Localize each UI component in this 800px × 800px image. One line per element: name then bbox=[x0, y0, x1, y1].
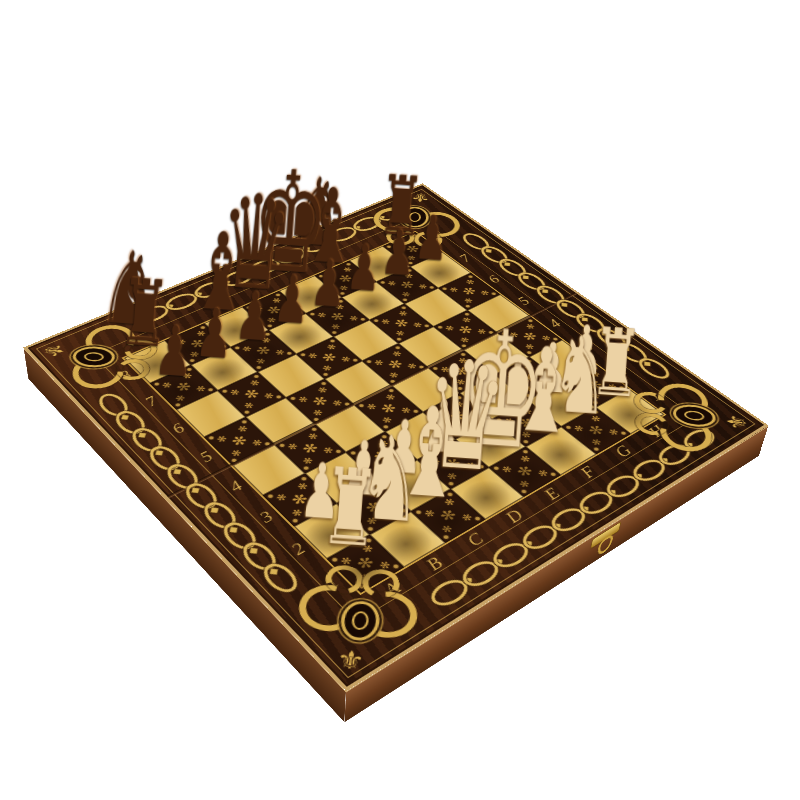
dark-square-motif-icon: ✻ bbox=[393, 329, 406, 338]
dark-square-motif-icon: ✻ bbox=[337, 284, 350, 292]
dark-square-motif-icon: ✻ bbox=[397, 279, 417, 291]
scene: ✻✻✻✻✻✻✻✻✻✻✻✻✻✻✻✻✻✻✻✻✻✻✻✻✻✻✻✻✻✻✻✻✻✻✻✻✻✻✻✻… bbox=[0, 0, 800, 800]
photo-background: ✻✻✻✻✻✻✻✻✻✻✻✻✻✻✻✻✻✻✻✻✻✻✻✻✻✻✻✻✻✻✻✻✻✻✻✻✻✻✻✻… bbox=[0, 0, 800, 800]
dark-square-motif-icon: ✻ bbox=[320, 364, 334, 373]
dark-square-motif-icon: ✻ bbox=[385, 279, 398, 287]
dark-square-motif-icon: ✻ bbox=[421, 247, 434, 254]
dark-square-motif-icon: ✻ bbox=[253, 344, 274, 358]
dark-square-motif-icon: ✻ bbox=[447, 286, 460, 294]
dark-square-motif-icon: ✻ bbox=[283, 308, 296, 316]
dark-square-motif-icon: ✻ bbox=[254, 357, 268, 366]
dark-square-motif-icon: ✻ bbox=[403, 243, 422, 254]
dark-square-motif-icon: ✻ bbox=[379, 317, 392, 325]
dark-square-motif-icon: ✻ bbox=[405, 254, 418, 262]
dark-square-motif-icon: ✻ bbox=[411, 321, 424, 329]
dark-square-motif-icon: ✻ bbox=[336, 273, 356, 285]
clasp-loop bbox=[596, 533, 614, 558]
dark-square-motif-icon: ✻ bbox=[273, 348, 287, 357]
piece-white-rook-a1[interactable]: ♜ bbox=[318, 455, 382, 564]
dark-square-motif-icon: ✻ bbox=[385, 357, 406, 371]
dark-square-motif-icon: ✻ bbox=[324, 273, 337, 281]
dark-square-motif-icon: ✻ bbox=[265, 316, 278, 324]
dark-square-motif-icon: ✻ bbox=[391, 317, 412, 330]
dark-square-motif-icon: ✻ bbox=[240, 344, 254, 353]
dark-square-motif-icon: ✻ bbox=[207, 341, 221, 350]
chess-box: ✻✻✻✻✻✻✻✻✻✻✻✻✻✻✻✻✻✻✻✻✻✻✻✻✻✻✻✻✻✻✻✻✻✻✻✻✻✻✻✻… bbox=[23, 183, 768, 691]
dark-square-motif-icon: ✻ bbox=[387, 370, 401, 379]
dark-square-motif-icon: ✻ bbox=[416, 283, 429, 291]
dark-square-motif-icon: ✻ bbox=[329, 322, 342, 331]
dark-square-motif-icon: ✻ bbox=[319, 351, 340, 365]
dark-square-motif-icon: ✻ bbox=[315, 311, 328, 319]
dark-square-motif-icon: ✻ bbox=[354, 276, 367, 284]
dark-square-motif-icon: ✻ bbox=[391, 244, 403, 251]
dark-square-motif-icon: ✻ bbox=[339, 355, 353, 364]
dark-square-motif-icon: ✻ bbox=[405, 362, 419, 371]
piece-black-pawn-a7[interactable]: ♟ bbox=[153, 316, 195, 387]
dark-square-motif-icon: ✻ bbox=[306, 351, 320, 360]
dark-square-motif-icon: ✻ bbox=[264, 304, 284, 317]
dark-square-motif-icon: ✻ bbox=[327, 310, 348, 323]
dark-square-motif-icon: ✻ bbox=[399, 290, 412, 298]
dark-square-motif-icon: ✻ bbox=[347, 314, 360, 322]
dark-square-motif-icon: ✻ bbox=[372, 358, 386, 367]
dark-square-motif-icon: ✻ bbox=[252, 304, 265, 312]
